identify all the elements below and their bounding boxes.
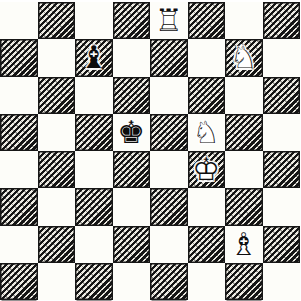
- white-bishop-glyph-outline: ♗: [225, 226, 263, 263]
- square-g5[interactable]: [225, 114, 263, 151]
- square-c1[interactable]: [75, 263, 113, 300]
- square-a1[interactable]: [0, 263, 38, 300]
- square-f4[interactable]: ♚♔: [188, 151, 226, 188]
- square-a6[interactable]: [0, 77, 38, 114]
- square-a7[interactable]: [0, 39, 38, 76]
- square-b8[interactable]: [38, 2, 76, 39]
- piece-white-rook[interactable]: ♜♖: [150, 2, 188, 39]
- square-c7[interactable]: ♝: [75, 39, 113, 76]
- piece-white-king[interactable]: ♚♔: [188, 151, 226, 188]
- piece-black-king[interactable]: ♚: [113, 114, 151, 151]
- square-a4[interactable]: [0, 151, 38, 188]
- square-g8[interactable]: [225, 2, 263, 39]
- square-c5[interactable]: [75, 114, 113, 151]
- square-d2[interactable]: [113, 226, 151, 263]
- square-h4[interactable]: [263, 151, 301, 188]
- white-king-glyph-outline: ♔: [188, 151, 226, 188]
- square-f6[interactable]: [188, 77, 226, 114]
- square-b7[interactable]: [38, 39, 76, 76]
- square-d8[interactable]: [113, 2, 151, 39]
- piece-white-bishop[interactable]: ♝♗: [225, 226, 263, 263]
- square-d4[interactable]: [113, 151, 151, 188]
- chess-diagram-page: ♜♖♝♞♘♚♞♘♚♔♝♗: [0, 0, 300, 301]
- piece-black-bishop[interactable]: ♝: [75, 39, 113, 76]
- piece-white-knight[interactable]: ♞♘: [188, 114, 226, 151]
- square-c4[interactable]: [75, 151, 113, 188]
- square-c2[interactable]: [75, 226, 113, 263]
- square-d5[interactable]: ♚: [113, 114, 151, 151]
- square-b5[interactable]: [38, 114, 76, 151]
- square-h7[interactable]: [263, 39, 301, 76]
- square-a5[interactable]: [0, 114, 38, 151]
- chess-board: ♜♖♝♞♘♚♞♘♚♔♝♗: [0, 2, 300, 300]
- square-g1[interactable]: [225, 263, 263, 300]
- piece-white-knight[interactable]: ♞♘: [225, 39, 263, 76]
- square-e5[interactable]: [150, 114, 188, 151]
- square-e7[interactable]: [150, 39, 188, 76]
- square-c3[interactable]: [75, 188, 113, 225]
- square-d6[interactable]: [113, 77, 151, 114]
- square-g3[interactable]: [225, 188, 263, 225]
- square-e3[interactable]: [150, 188, 188, 225]
- square-h8[interactable]: [263, 2, 301, 39]
- square-d3[interactable]: [113, 188, 151, 225]
- black-bishop-glyph: ♝: [75, 39, 113, 76]
- square-f2[interactable]: [188, 226, 226, 263]
- square-e8[interactable]: ♜♖: [150, 2, 188, 39]
- square-e2[interactable]: [150, 226, 188, 263]
- square-b6[interactable]: [38, 77, 76, 114]
- square-e1[interactable]: [150, 263, 188, 300]
- square-g6[interactable]: [225, 77, 263, 114]
- white-knight-glyph-outline: ♘: [188, 114, 226, 151]
- square-e6[interactable]: [150, 77, 188, 114]
- square-f3[interactable]: [188, 188, 226, 225]
- square-c8[interactable]: [75, 2, 113, 39]
- square-f7[interactable]: [188, 39, 226, 76]
- square-a8[interactable]: [0, 2, 38, 39]
- square-b2[interactable]: [38, 226, 76, 263]
- square-f8[interactable]: [188, 2, 226, 39]
- square-e4[interactable]: [150, 151, 188, 188]
- square-b1[interactable]: [38, 263, 76, 300]
- square-h3[interactable]: [263, 188, 301, 225]
- square-f5[interactable]: ♞♘: [188, 114, 226, 151]
- black-king-glyph: ♚: [113, 114, 151, 151]
- square-b3[interactable]: [38, 188, 76, 225]
- square-h1[interactable]: [263, 263, 301, 300]
- white-knight-glyph-outline: ♘: [225, 39, 263, 76]
- square-h6[interactable]: [263, 77, 301, 114]
- square-b4[interactable]: [38, 151, 76, 188]
- square-h5[interactable]: [263, 114, 301, 151]
- square-a3[interactable]: [0, 188, 38, 225]
- white-rook-glyph-outline: ♖: [150, 2, 188, 39]
- square-a2[interactable]: [0, 226, 38, 263]
- square-d7[interactable]: [113, 39, 151, 76]
- square-g2[interactable]: ♝♗: [225, 226, 263, 263]
- square-c6[interactable]: [75, 77, 113, 114]
- square-g7[interactable]: ♞♘: [225, 39, 263, 76]
- square-f1[interactable]: [188, 263, 226, 300]
- square-g4[interactable]: [225, 151, 263, 188]
- square-d1[interactable]: [113, 263, 151, 300]
- square-h2[interactable]: [263, 226, 301, 263]
